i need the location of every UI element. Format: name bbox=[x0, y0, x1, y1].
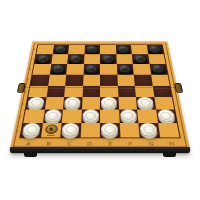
square-b5 bbox=[48, 75, 66, 86]
square-h1 bbox=[158, 123, 180, 137]
square-d5 bbox=[83, 75, 100, 86]
square-e2 bbox=[100, 110, 119, 123]
square-h2 bbox=[156, 110, 177, 123]
white-piece bbox=[62, 123, 80, 136]
black-piece bbox=[68, 54, 82, 63]
square-c6 bbox=[66, 64, 83, 74]
checkers-board: ♞ ABCDEFGH 87654321 bbox=[10, 41, 190, 149]
square-e3 bbox=[100, 97, 119, 110]
square-d2 bbox=[81, 110, 100, 123]
square-b8 bbox=[52, 45, 69, 54]
black-piece bbox=[51, 64, 66, 73]
white-piece bbox=[27, 97, 44, 108]
white-piece bbox=[137, 97, 154, 108]
square-h5 bbox=[151, 75, 170, 86]
square-f7 bbox=[116, 54, 133, 64]
square-a6 bbox=[32, 64, 50, 74]
square-f8 bbox=[115, 45, 131, 54]
hinge-right bbox=[174, 83, 183, 93]
base-foot-right bbox=[163, 152, 176, 158]
square-d3 bbox=[81, 97, 100, 110]
square-c5 bbox=[65, 75, 83, 86]
square-f1 bbox=[119, 123, 140, 137]
square-e5 bbox=[100, 75, 117, 86]
white-piece bbox=[157, 110, 175, 122]
black-piece bbox=[54, 45, 68, 53]
square-b1: ♞ bbox=[40, 123, 61, 137]
square-c7 bbox=[67, 54, 84, 64]
brand-horse-icon: ♞ bbox=[45, 124, 58, 133]
product-photo: ♞ ABCDEFGH 87654321 bbox=[0, 0, 200, 200]
square-h3 bbox=[154, 97, 174, 110]
square-a5 bbox=[30, 75, 49, 86]
square-a7 bbox=[34, 54, 52, 64]
square-f6 bbox=[116, 64, 133, 74]
square-b3 bbox=[44, 97, 64, 110]
white-piece bbox=[82, 110, 98, 122]
square-a1 bbox=[21, 123, 43, 137]
white-piece bbox=[22, 123, 41, 136]
black-piece bbox=[133, 54, 148, 63]
white-piece bbox=[140, 123, 158, 136]
black-piece bbox=[84, 64, 98, 73]
square-g8 bbox=[131, 45, 148, 54]
square-e8 bbox=[100, 45, 116, 54]
square-d6 bbox=[83, 64, 100, 74]
square-h6 bbox=[149, 64, 167, 74]
white-piece bbox=[120, 110, 137, 122]
square-c1 bbox=[60, 123, 81, 137]
white-piece bbox=[64, 97, 80, 108]
square-g2 bbox=[137, 110, 157, 123]
square-a8 bbox=[36, 45, 53, 54]
square-g7 bbox=[132, 54, 149, 64]
square-d7 bbox=[84, 54, 100, 64]
square-b7 bbox=[51, 54, 68, 64]
square-e7 bbox=[100, 54, 116, 64]
black-piece bbox=[118, 64, 133, 73]
white-piece bbox=[44, 110, 62, 122]
square-e1 bbox=[100, 123, 120, 137]
black-piece bbox=[101, 54, 115, 63]
white-piece bbox=[101, 123, 118, 136]
square-c8 bbox=[68, 45, 84, 54]
square-h8 bbox=[146, 45, 163, 54]
square-h7 bbox=[148, 54, 166, 64]
square-d8 bbox=[84, 45, 100, 54]
square-g5 bbox=[134, 75, 152, 86]
white-piece bbox=[101, 97, 117, 108]
brand-red-text bbox=[47, 135, 55, 136]
square-c2 bbox=[62, 110, 82, 123]
square-g3 bbox=[136, 97, 156, 110]
black-piece bbox=[36, 54, 51, 63]
black-piece bbox=[85, 45, 99, 53]
square-c3 bbox=[63, 97, 82, 110]
square-g6 bbox=[133, 64, 151, 74]
board-grid: ♞ bbox=[19, 44, 181, 138]
fold-line bbox=[25, 87, 175, 88]
square-d1 bbox=[80, 123, 100, 137]
black-piece bbox=[148, 45, 163, 53]
square-b6 bbox=[49, 64, 67, 74]
square-f2 bbox=[119, 110, 139, 123]
square-e6 bbox=[100, 64, 117, 74]
square-g1 bbox=[138, 123, 159, 137]
square-b2 bbox=[42, 110, 62, 123]
brand-emblem: ♞ bbox=[44, 124, 58, 135]
black-piece bbox=[150, 64, 166, 73]
square-f3 bbox=[118, 97, 137, 110]
square-a3 bbox=[26, 97, 46, 110]
base-foot-left bbox=[24, 152, 37, 158]
black-piece bbox=[117, 45, 131, 53]
square-a2 bbox=[23, 110, 44, 123]
square-f5 bbox=[117, 75, 135, 86]
